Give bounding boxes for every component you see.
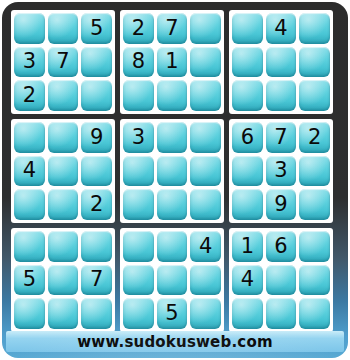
cell-r7c8[interactable]: 6 (266, 231, 297, 262)
cell-r8c8[interactable] (266, 265, 297, 296)
cell-r6c4[interactable] (123, 189, 154, 220)
cell-r5c1[interactable]: 4 (14, 156, 45, 187)
cell-r3c9[interactable] (299, 80, 330, 111)
cell-r2c7[interactable] (232, 47, 263, 78)
cell-r2c9[interactable] (299, 47, 330, 78)
cell-r1c8[interactable]: 4 (266, 13, 297, 44)
cell-r9c5[interactable]: 5 (157, 298, 188, 329)
cell-r1c7[interactable] (232, 13, 263, 44)
cell-r7c1[interactable] (14, 231, 45, 262)
cell-r4c5[interactable] (157, 122, 188, 153)
box-7: 57 (11, 228, 115, 332)
cell-r5c4[interactable] (123, 156, 154, 187)
cell-r3c3[interactable] (81, 80, 112, 111)
cell-r2c5[interactable]: 1 (157, 47, 188, 78)
cell-r3c2[interactable] (48, 80, 79, 111)
cell-r7c5[interactable] (157, 231, 188, 262)
cell-r8c4[interactable] (123, 265, 154, 296)
cell-r3c4[interactable] (123, 80, 154, 111)
sudoku-grid: 5372278149423672395745164 (11, 10, 333, 332)
cell-r6c3[interactable]: 2 (81, 189, 112, 220)
cell-r1c9[interactable] (299, 13, 330, 44)
cell-r9c4[interactable] (123, 298, 154, 329)
cell-r2c8[interactable] (266, 47, 297, 78)
box-4: 942 (11, 119, 115, 223)
cell-r5c6[interactable] (190, 156, 221, 187)
cell-r6c2[interactable] (48, 189, 79, 220)
cell-r4c4[interactable]: 3 (123, 122, 154, 153)
cell-r1c1[interactable] (14, 13, 45, 44)
cell-r6c7[interactable] (232, 189, 263, 220)
cell-r2c4[interactable]: 8 (123, 47, 154, 78)
cell-r1c6[interactable] (190, 13, 221, 44)
cell-r1c2[interactable] (48, 13, 79, 44)
cell-r3c8[interactable] (266, 80, 297, 111)
cell-r9c9[interactable] (299, 298, 330, 329)
cell-r7c7[interactable]: 1 (232, 231, 263, 262)
cell-r2c1[interactable]: 3 (14, 47, 45, 78)
cell-r6c9[interactable] (299, 189, 330, 220)
cell-r3c5[interactable] (157, 80, 188, 111)
box-1: 5372 (11, 10, 115, 114)
box-5: 3 (120, 119, 224, 223)
box-9: 164 (229, 228, 333, 332)
cell-r8c9[interactable] (299, 265, 330, 296)
cell-r5c5[interactable] (157, 156, 188, 187)
cell-r4c2[interactable] (48, 122, 79, 153)
cell-r9c3[interactable] (81, 298, 112, 329)
cell-r8c5[interactable] (157, 265, 188, 296)
cell-r7c4[interactable] (123, 231, 154, 262)
cell-r7c2[interactable] (48, 231, 79, 262)
footer-bar: www.sudokusweb.com (6, 331, 344, 352)
cell-r4c7[interactable]: 6 (232, 122, 263, 153)
cell-r9c2[interactable] (48, 298, 79, 329)
website-link[interactable]: www.sudokusweb.com (77, 333, 272, 351)
cell-r3c7[interactable] (232, 80, 263, 111)
cell-r6c8[interactable]: 9 (266, 189, 297, 220)
cell-r2c2[interactable]: 7 (48, 47, 79, 78)
cell-r3c6[interactable] (190, 80, 221, 111)
cell-r5c7[interactable] (232, 156, 263, 187)
cell-r9c6[interactable] (190, 298, 221, 329)
cell-r4c3[interactable]: 9 (81, 122, 112, 153)
cell-r2c6[interactable] (190, 47, 221, 78)
cell-r6c6[interactable] (190, 189, 221, 220)
cell-r8c2[interactable] (48, 265, 79, 296)
cell-r4c6[interactable] (190, 122, 221, 153)
cell-r9c7[interactable] (232, 298, 263, 329)
cell-r7c6[interactable]: 4 (190, 231, 221, 262)
cell-r4c9[interactable]: 2 (299, 122, 330, 153)
board-frame: 5372278149423672395745164 www.sudokusweb… (2, 2, 348, 358)
cell-r8c7[interactable]: 4 (232, 265, 263, 296)
box-6: 67239 (229, 119, 333, 223)
cell-r5c8[interactable]: 3 (266, 156, 297, 187)
cell-r1c5[interactable]: 7 (157, 13, 188, 44)
box-3: 4 (229, 10, 333, 114)
cell-r8c1[interactable]: 5 (14, 265, 45, 296)
box-8: 45 (120, 228, 224, 332)
cell-r4c1[interactable] (14, 122, 45, 153)
cell-r1c3[interactable]: 5 (81, 13, 112, 44)
cell-r8c3[interactable]: 7 (81, 265, 112, 296)
cell-r6c1[interactable] (14, 189, 45, 220)
box-2: 2781 (120, 10, 224, 114)
cell-r1c4[interactable]: 2 (123, 13, 154, 44)
cell-r7c3[interactable] (81, 231, 112, 262)
cell-r7c9[interactable] (299, 231, 330, 262)
cell-r9c8[interactable] (266, 298, 297, 329)
cell-r8c6[interactable] (190, 265, 221, 296)
cell-r4c8[interactable]: 7 (266, 122, 297, 153)
cell-r2c3[interactable] (81, 47, 112, 78)
cell-r5c2[interactable] (48, 156, 79, 187)
cell-r5c9[interactable] (299, 156, 330, 187)
cell-r6c5[interactable] (157, 189, 188, 220)
cell-r3c1[interactable]: 2 (14, 80, 45, 111)
cell-r5c3[interactable] (81, 156, 112, 187)
cell-r9c1[interactable] (14, 298, 45, 329)
